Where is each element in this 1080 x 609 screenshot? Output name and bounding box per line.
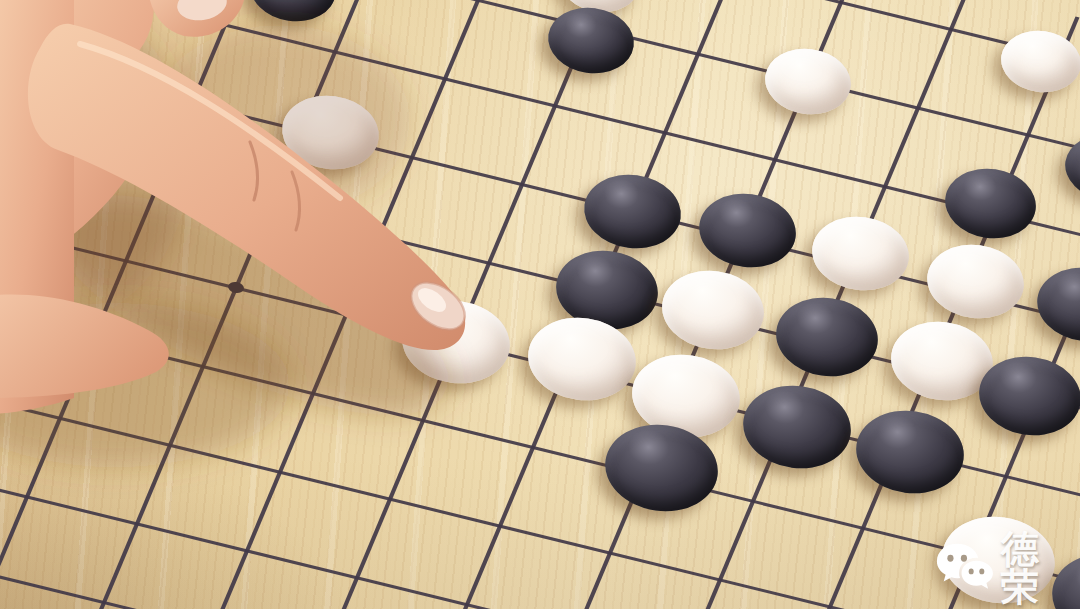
- watermark: 德荣: [934, 530, 1080, 606]
- grid-line-vertical: [0, 0, 200, 609]
- grid-line-horizontal: [0, 534, 1080, 609]
- watermark-text: 德荣: [1001, 530, 1080, 606]
- grid-line-vertical: [713, 17, 1080, 609]
- wechat-icon: [934, 539, 996, 597]
- go-photo-scene: 德荣: [0, 0, 1080, 609]
- board-grid: [0, 0, 1080, 609]
